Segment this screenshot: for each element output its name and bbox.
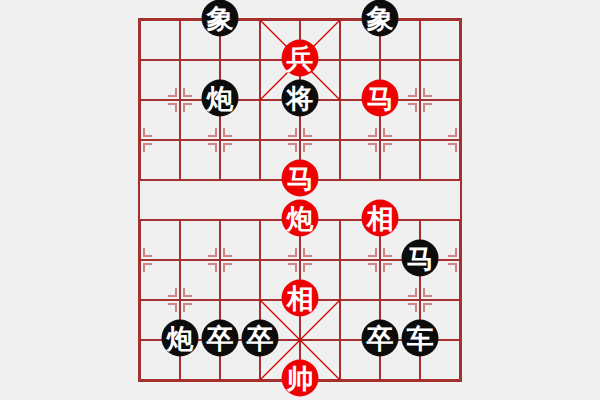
marker-corner (288, 248, 297, 257)
marker-corner (448, 248, 457, 257)
star-point-marker (168, 288, 192, 312)
star-point-marker (168, 88, 192, 112)
star-point-marker (208, 128, 232, 152)
piece-black-horse[interactable]: 马 (402, 240, 439, 277)
marker-corner (168, 288, 177, 297)
piece-red-general[interactable]: 帅 (282, 360, 319, 397)
marker-corner (208, 263, 217, 272)
piece-black-cannon[interactable]: 炮 (202, 80, 239, 117)
piece-red-horse[interactable]: 马 (362, 80, 399, 117)
star-point-marker (408, 288, 432, 312)
star-point-marker (128, 128, 152, 152)
marker-corner (448, 128, 457, 137)
piece-black-elephant[interactable]: 象 (202, 0, 239, 37)
marker-corner (183, 88, 192, 97)
marker-corner (448, 263, 457, 272)
marker-corner (383, 143, 392, 152)
piece-red-elephant[interactable]: 相 (362, 200, 399, 237)
marker-corner (143, 143, 152, 152)
star-point-marker (128, 248, 152, 272)
piece-red-elephant[interactable]: 相 (282, 280, 319, 317)
marker-corner (183, 303, 192, 312)
marker-corner (143, 248, 152, 257)
star-point-marker (448, 248, 472, 272)
river-cell (180, 180, 220, 220)
marker-corner (223, 263, 232, 272)
star-point-marker (368, 248, 392, 272)
star-point-marker (448, 128, 472, 152)
piece-black-soldier[interactable]: 卒 (242, 320, 279, 357)
xiangqi-board[interactable]: 象象兵炮将马马炮相马相炮卒卒卒车帅 (140, 20, 460, 380)
piece-black-general[interactable]: 将 (282, 80, 319, 117)
marker-corner (183, 288, 192, 297)
marker-corner (423, 88, 432, 97)
marker-corner (208, 143, 217, 152)
marker-corner (143, 128, 152, 137)
marker-corner (223, 143, 232, 152)
marker-corner (423, 103, 432, 112)
star-point-marker (368, 128, 392, 152)
piece-black-chariot[interactable]: 车 (402, 320, 439, 357)
star-point-marker (288, 248, 312, 272)
marker-corner (368, 143, 377, 152)
marker-corner (288, 128, 297, 137)
piece-black-cannon[interactable]: 炮 (162, 320, 199, 357)
marker-corner (303, 248, 312, 257)
marker-corner (383, 128, 392, 137)
marker-corner (448, 143, 457, 152)
piece-red-horse[interactable]: 马 (282, 160, 319, 197)
marker-corner (368, 128, 377, 137)
marker-corner (208, 248, 217, 257)
marker-corner (383, 263, 392, 272)
piece-red-cannon[interactable]: 炮 (282, 200, 319, 237)
marker-corner (408, 288, 417, 297)
board-cell (420, 20, 460, 60)
marker-corner (168, 103, 177, 112)
river-cell (420, 180, 460, 220)
marker-corner (208, 128, 217, 137)
marker-corner (303, 128, 312, 137)
marker-corner (288, 143, 297, 152)
marker-corner (183, 103, 192, 112)
star-point-marker (408, 88, 432, 112)
marker-corner (223, 128, 232, 137)
marker-corner (408, 303, 417, 312)
marker-corner (303, 263, 312, 272)
piece-black-soldier[interactable]: 卒 (362, 320, 399, 357)
piece-black-soldier[interactable]: 卒 (202, 320, 239, 357)
marker-corner (383, 248, 392, 257)
river-cell (140, 180, 180, 220)
marker-corner (423, 303, 432, 312)
piece-black-elephant[interactable]: 象 (362, 0, 399, 37)
board-cell (140, 20, 180, 60)
marker-corner (168, 88, 177, 97)
marker-corner (368, 248, 377, 257)
marker-corner (408, 88, 417, 97)
star-point-marker (208, 248, 232, 272)
marker-corner (368, 263, 377, 272)
marker-corner (408, 103, 417, 112)
xiangqi-diagram-screen: 象象兵炮将马马炮相马相炮卒卒卒车帅 (0, 0, 600, 400)
marker-corner (303, 143, 312, 152)
marker-corner (423, 288, 432, 297)
marker-corner (288, 263, 297, 272)
marker-corner (143, 263, 152, 272)
marker-corner (223, 248, 232, 257)
marker-corner (168, 303, 177, 312)
river-cell (220, 180, 260, 220)
piece-red-soldier[interactable]: 兵 (282, 40, 319, 77)
star-point-marker (288, 128, 312, 152)
